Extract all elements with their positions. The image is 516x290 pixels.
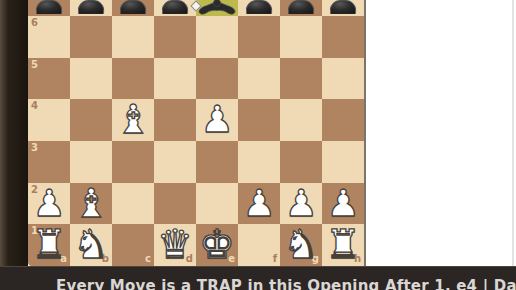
square-b6[interactable]	[70, 16, 112, 58]
square-b4[interactable]	[70, 99, 112, 141]
square-c7[interactable]	[112, 0, 154, 16]
black-pawn-icon[interactable]	[120, 0, 147, 14]
square-h4[interactable]	[322, 99, 364, 141]
square-c2[interactable]	[112, 183, 154, 225]
square-g4[interactable]	[280, 99, 322, 141]
square-f6[interactable]	[238, 16, 280, 58]
square-a5[interactable]: 5	[28, 58, 70, 100]
white-bishop-icon[interactable]: ♝	[112, 99, 154, 141]
square-f3[interactable]	[238, 141, 280, 183]
file-label-f: f	[273, 254, 277, 264]
square-a2[interactable]: 2♟	[28, 183, 70, 225]
square-e4[interactable]: ♟	[196, 99, 238, 141]
rank-label-4: 4	[31, 101, 38, 111]
square-d4[interactable]	[154, 99, 196, 141]
black-pawn-icon[interactable]	[330, 0, 357, 14]
white-pawn-icon[interactable]: ♟	[28, 183, 70, 225]
white-rook-icon[interactable]: ♜	[28, 224, 70, 266]
square-d6[interactable]	[154, 16, 196, 58]
video-caption: Every Move is a TRAP in this Opening Aft…	[56, 277, 516, 290]
square-g1[interactable]: g♞	[280, 224, 322, 266]
square-f4[interactable]	[238, 99, 280, 141]
square-c6[interactable]	[112, 16, 154, 58]
white-pawn-icon[interactable]: ♟	[238, 183, 280, 225]
square-b2[interactable]: ♝	[70, 183, 112, 225]
square-e3[interactable]	[196, 141, 238, 183]
square-h5[interactable]	[322, 58, 364, 100]
square-a6[interactable]: 6	[28, 16, 70, 58]
square-h1[interactable]: h♜	[322, 224, 364, 266]
square-b3[interactable]	[70, 141, 112, 183]
square-e7[interactable]	[196, 0, 238, 16]
square-d7[interactable]	[154, 0, 196, 16]
white-knight-icon[interactable]: ♞	[280, 224, 322, 266]
rank-label-3: 3	[31, 143, 38, 153]
square-h2[interactable]: ♟	[322, 183, 364, 225]
white-bishop-icon[interactable]: ♝	[70, 183, 112, 225]
square-c4[interactable]: ♝	[112, 99, 154, 141]
black-pawn-icon[interactable]	[162, 0, 189, 14]
square-d3[interactable]	[154, 141, 196, 183]
square-b7[interactable]	[70, 0, 112, 16]
square-h6[interactable]	[322, 16, 364, 58]
black-pawn-icon[interactable]	[288, 0, 315, 14]
white-pawn-icon[interactable]: ♟	[280, 183, 322, 225]
square-c1[interactable]: c	[112, 224, 154, 266]
left-dark-strip	[0, 0, 28, 290]
square-g2[interactable]: ♟	[280, 183, 322, 225]
white-pawn-icon[interactable]: ♟	[196, 99, 238, 141]
square-h7[interactable]	[322, 0, 364, 16]
square-a4[interactable]: 4	[28, 99, 70, 141]
white-rook-icon[interactable]: ♜	[322, 224, 364, 266]
black-pawn-icon[interactable]	[78, 0, 105, 14]
file-label-c: c	[145, 254, 151, 264]
white-king-icon[interactable]: ♚	[196, 224, 238, 266]
square-d2[interactable]	[154, 183, 196, 225]
square-f1[interactable]: f	[238, 224, 280, 266]
square-c3[interactable]	[112, 141, 154, 183]
square-g3[interactable]	[280, 141, 322, 183]
square-a3[interactable]: 3	[28, 141, 70, 183]
square-a7[interactable]	[28, 0, 70, 16]
square-c5[interactable]	[112, 58, 154, 100]
board-right-edge	[364, 0, 366, 266]
caption-band: Every Move is a TRAP in this Opening Aft…	[0, 266, 516, 290]
square-h3[interactable]	[322, 141, 364, 183]
square-f7[interactable]	[238, 0, 280, 16]
right-edge-line	[512, 0, 514, 266]
black-pawn-icon[interactable]	[246, 0, 273, 14]
black-pawn-icon[interactable]	[36, 0, 63, 14]
white-pawn-icon[interactable]: ♟	[322, 183, 364, 225]
square-e2[interactable]	[196, 183, 238, 225]
square-a1[interactable]: 1a♜	[28, 224, 70, 266]
square-g6[interactable]	[280, 16, 322, 58]
square-g7[interactable]	[280, 0, 322, 16]
video-frame: 654♝♟32♟♝♟♟♟1a♜b♞cd♛e♚fg♞h♜ Every Move i…	[0, 0, 516, 290]
rank-label-5: 5	[31, 60, 38, 70]
square-f5[interactable]	[238, 58, 280, 100]
square-e6[interactable]	[196, 16, 238, 58]
square-e1[interactable]: e♚	[196, 224, 238, 266]
square-b5[interactable]	[70, 58, 112, 100]
square-b1[interactable]: b♞	[70, 224, 112, 266]
square-d1[interactable]: d♛	[154, 224, 196, 266]
square-f2[interactable]: ♟	[238, 183, 280, 225]
square-e5[interactable]	[196, 58, 238, 100]
white-queen-icon[interactable]: ♛	[154, 224, 196, 266]
square-d5[interactable]	[154, 58, 196, 100]
chess-board[interactable]: 654♝♟32♟♝♟♟♟1a♜b♞cd♛e♚fg♞h♜	[28, 0, 364, 266]
square-g5[interactable]	[280, 58, 322, 100]
rank-label-6: 6	[31, 18, 38, 28]
white-knight-icon[interactable]: ♞	[70, 224, 112, 266]
